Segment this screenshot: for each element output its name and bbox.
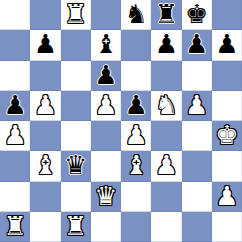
square-b6[interactable]: [30, 61, 60, 91]
piece-white-pawn[interactable]: ♟: [94, 92, 117, 118]
square-f5[interactable]: ♞: [151, 91, 181, 121]
square-c7[interactable]: [61, 30, 91, 60]
chess-board: ♜♞♜♚♟♝♟♟♟♟♟♟♟♟♞♟♟♟♚♝♛♝♟♛♟♜♜: [0, 0, 242, 242]
square-f7[interactable]: ♟: [151, 30, 181, 60]
square-h8[interactable]: [212, 0, 242, 30]
piece-white-rook[interactable]: ♜: [3, 213, 26, 239]
piece-black-pawn[interactable]: ♟: [155, 31, 178, 57]
square-d6[interactable]: ♟: [91, 61, 121, 91]
piece-white-knight[interactable]: ♞: [155, 92, 178, 118]
square-g7[interactable]: ♟: [182, 30, 212, 60]
square-g8[interactable]: ♚: [182, 0, 212, 30]
square-h6[interactable]: [212, 61, 242, 91]
piece-black-king[interactable]: ♚: [185, 1, 208, 27]
piece-black-pawn[interactable]: ♟: [185, 31, 208, 57]
square-c2[interactable]: [61, 182, 91, 212]
square-b1[interactable]: [30, 212, 60, 242]
square-a1[interactable]: ♜: [0, 212, 30, 242]
piece-white-pawn[interactable]: ♟: [124, 122, 147, 148]
square-a4[interactable]: ♟: [0, 121, 30, 151]
square-c5[interactable]: [61, 91, 91, 121]
square-g6[interactable]: [182, 61, 212, 91]
piece-white-bishop[interactable]: ♝: [34, 152, 57, 178]
piece-black-pawn[interactable]: ♟: [94, 62, 117, 88]
square-b3[interactable]: ♝: [30, 151, 60, 181]
square-c8[interactable]: ♜: [61, 0, 91, 30]
piece-black-bishop[interactable]: ♝: [94, 31, 117, 57]
square-a8[interactable]: [0, 0, 30, 30]
square-e8[interactable]: ♞: [121, 0, 151, 30]
square-f2[interactable]: [151, 182, 181, 212]
square-e2[interactable]: [121, 182, 151, 212]
square-g3[interactable]: [182, 151, 212, 181]
square-g4[interactable]: [182, 121, 212, 151]
square-e7[interactable]: [121, 30, 151, 60]
piece-white-pawn[interactable]: ♟: [185, 92, 208, 118]
square-b8[interactable]: [30, 0, 60, 30]
square-d4[interactable]: [91, 121, 121, 151]
square-f1[interactable]: [151, 212, 181, 242]
piece-white-rook[interactable]: ♜: [64, 1, 87, 27]
square-a5[interactable]: ♟: [0, 91, 30, 121]
square-h1[interactable]: [212, 212, 242, 242]
piece-white-queen[interactable]: ♛: [94, 183, 117, 209]
piece-white-pawn[interactable]: ♟: [3, 122, 26, 148]
square-b4[interactable]: [30, 121, 60, 151]
square-f6[interactable]: [151, 61, 181, 91]
square-b7[interactable]: ♟: [30, 30, 60, 60]
piece-black-pawn[interactable]: ♟: [3, 92, 26, 118]
square-g2[interactable]: [182, 182, 212, 212]
square-e6[interactable]: [121, 61, 151, 91]
square-b5[interactable]: ♟: [30, 91, 60, 121]
square-d1[interactable]: [91, 212, 121, 242]
square-h3[interactable]: [212, 151, 242, 181]
square-g5[interactable]: ♟: [182, 91, 212, 121]
square-e3[interactable]: ♝: [121, 151, 151, 181]
square-a2[interactable]: [0, 182, 30, 212]
square-c3[interactable]: ♛: [61, 151, 91, 181]
piece-white-bishop[interactable]: ♝: [124, 152, 147, 178]
piece-black-knight[interactable]: ♞: [124, 1, 147, 27]
square-h7[interactable]: ♟: [212, 30, 242, 60]
square-h4[interactable]: ♚: [212, 121, 242, 151]
piece-black-queen[interactable]: ♛: [64, 152, 87, 178]
square-a7[interactable]: [0, 30, 30, 60]
square-g1[interactable]: [182, 212, 212, 242]
piece-black-rook[interactable]: ♜: [155, 1, 178, 27]
square-h2[interactable]: ♟: [212, 182, 242, 212]
square-c4[interactable]: [61, 121, 91, 151]
square-c1[interactable]: ♜: [61, 212, 91, 242]
square-e1[interactable]: [121, 212, 151, 242]
square-f8[interactable]: ♜: [151, 0, 181, 30]
square-d8[interactable]: [91, 0, 121, 30]
piece-black-pawn[interactable]: ♟: [124, 92, 147, 118]
piece-white-pawn[interactable]: ♟: [215, 183, 238, 209]
square-c6[interactable]: [61, 61, 91, 91]
square-d7[interactable]: ♝: [91, 30, 121, 60]
piece-white-pawn[interactable]: ♟: [34, 92, 57, 118]
square-f4[interactable]: [151, 121, 181, 151]
square-e4[interactable]: ♟: [121, 121, 151, 151]
piece-black-pawn[interactable]: ♟: [34, 31, 57, 57]
square-b2[interactable]: [30, 182, 60, 212]
square-e5[interactable]: ♟: [121, 91, 151, 121]
square-f3[interactable]: ♟: [151, 151, 181, 181]
square-d3[interactable]: [91, 151, 121, 181]
square-d5[interactable]: ♟: [91, 91, 121, 121]
square-h5[interactable]: [212, 91, 242, 121]
square-a6[interactable]: [0, 61, 30, 91]
piece-black-pawn[interactable]: ♟: [215, 31, 238, 57]
square-a3[interactable]: [0, 151, 30, 181]
square-d2[interactable]: ♛: [91, 182, 121, 212]
piece-white-king[interactable]: ♚: [215, 122, 238, 148]
piece-white-rook[interactable]: ♜: [64, 213, 87, 239]
piece-white-pawn[interactable]: ♟: [155, 152, 178, 178]
